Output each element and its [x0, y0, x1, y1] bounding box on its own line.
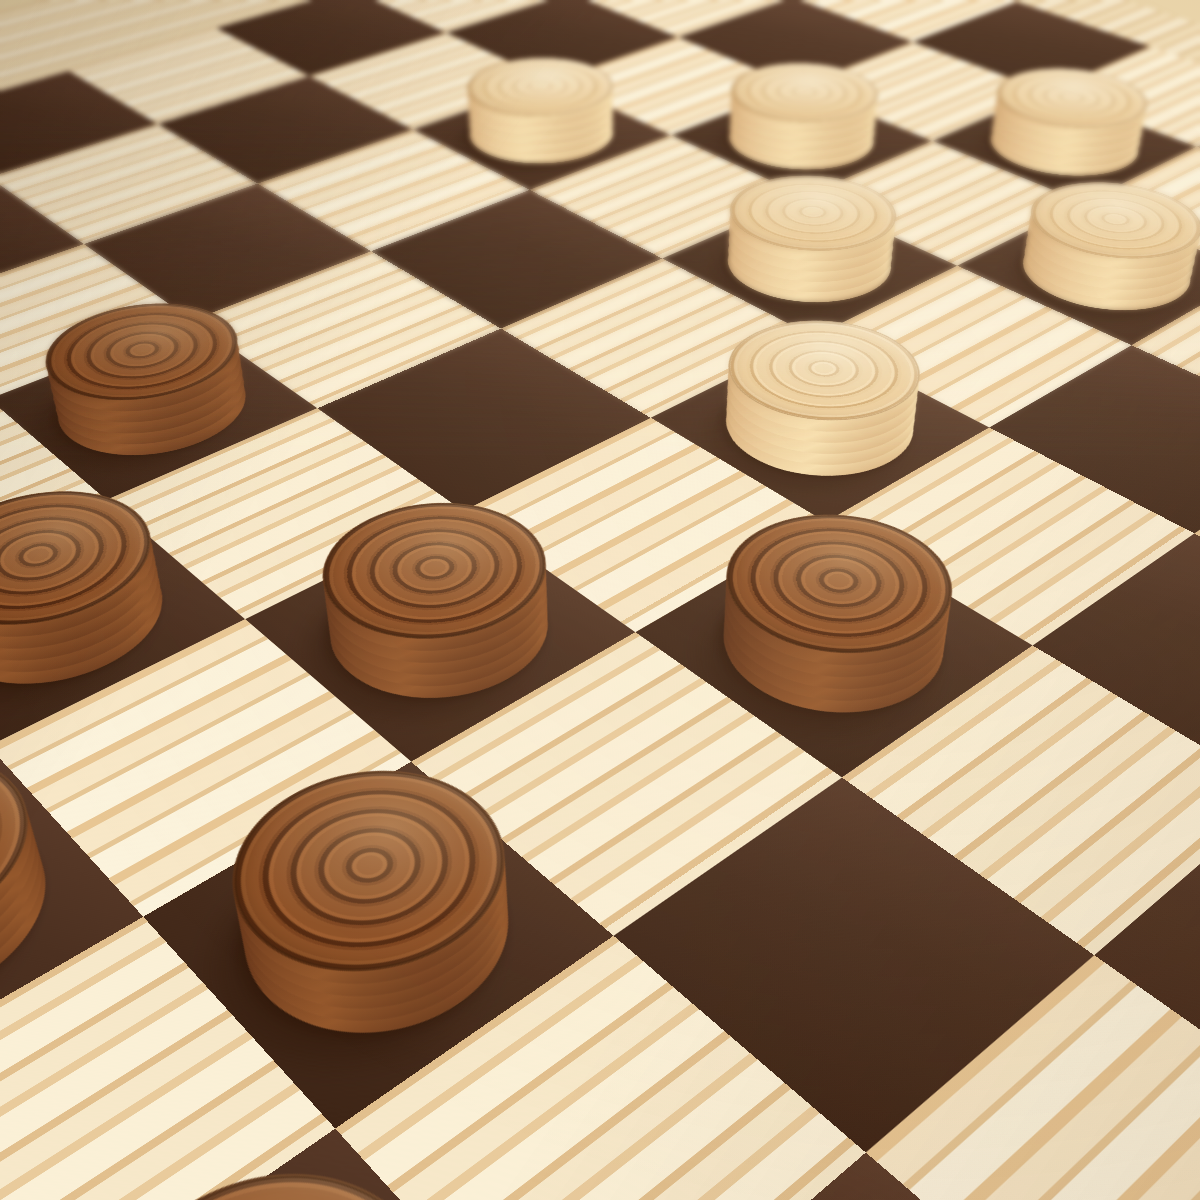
piece-side-face	[700, 88, 905, 173]
piece-side-face	[689, 323, 957, 465]
board-frame	[0, 0, 1200, 1200]
square-r4-c7[interactable]	[989, 345, 1200, 533]
piece-side-face	[961, 102, 1167, 189]
piece-side-face	[15, 296, 275, 433]
piece-side-face	[700, 70, 906, 154]
light-checker-piece[interactable]	[990, 217, 1200, 328]
square-r3-c3[interactable]	[552, 37, 798, 135]
square-r6-c3[interactable]	[84, 184, 371, 321]
square-r5-c6[interactable]	[651, 337, 990, 522]
piece-side-face	[440, 74, 643, 158]
square-r2-c2[interactable]	[570, 0, 792, 37]
square-r3-c2[interactable]	[446, 0, 678, 81]
piece-side-face	[695, 181, 928, 289]
piece-side-face	[694, 210, 924, 319]
square-r6-c4[interactable]	[192, 251, 501, 408]
light-checker-piece[interactable]	[961, 102, 1167, 189]
square-r4-c5[interactable]	[662, 196, 957, 336]
square-r2-c5[interactable]	[932, 91, 1196, 203]
piece-side-face	[996, 178, 1200, 286]
piece-top-face	[967, 57, 1177, 141]
board-scene	[0, 0, 1200, 1200]
piece-side-face	[701, 61, 908, 145]
piece-side-face	[990, 217, 1200, 328]
piece-top-face	[696, 161, 930, 267]
piece-side-face	[17, 307, 276, 445]
piece-top-face	[701, 52, 908, 135]
square-r6-c5[interactable]	[317, 329, 650, 511]
piece-side-face	[965, 75, 1173, 160]
square-r5-c2[interactable]	[158, 76, 413, 184]
piece-side-face	[439, 65, 642, 148]
square-r4-c6[interactable]	[814, 266, 1132, 428]
piece-side-face	[22, 327, 279, 466]
square-r1-c3[interactable]	[792, 0, 1016, 42]
square-r3-c4[interactable]	[671, 86, 932, 196]
square-r1-c5[interactable]	[1047, 47, 1200, 147]
square-r3-c5[interactable]	[805, 141, 1084, 266]
square-r5-c5[interactable]	[501, 258, 814, 417]
piece-side-face	[20, 317, 278, 456]
piece-top-face	[689, 302, 959, 443]
square-r7-c3[interactable]	[0, 244, 192, 399]
square-r4-c4[interactable]	[530, 135, 805, 258]
piece-side-face	[695, 191, 927, 299]
light-checker-piece[interactable]	[694, 210, 924, 319]
square-r6-c2[interactable]	[0, 124, 258, 244]
light-checker-piece[interactable]	[441, 92, 642, 177]
square-r4-c2[interactable]	[309, 33, 552, 130]
square-r7-c6[interactable]	[245, 511, 635, 762]
square-r6-c7[interactable]	[635, 522, 1032, 777]
square-r7-c2[interactable]	[0, 177, 84, 312]
piece-side-face	[688, 334, 954, 477]
square-r4-c3[interactable]	[413, 81, 671, 190]
photo-viewport	[0, 0, 1200, 1200]
piece-side-face	[700, 79, 905, 164]
piece-side-face	[695, 201, 926, 310]
square-r3-c1[interactable]	[351, 0, 571, 33]
square-r3-c7[interactable]	[1131, 273, 1200, 437]
square-r3-c6[interactable]	[957, 203, 1200, 345]
square-r5-c4[interactable]	[371, 190, 662, 329]
piece-top-face	[12, 285, 274, 422]
piece-side-face	[994, 188, 1200, 297]
square-r4-c1[interactable]	[216, 0, 446, 76]
piece-top-face	[438, 47, 643, 129]
piece-side-face	[993, 197, 1200, 307]
piece-side-face	[441, 92, 642, 177]
piece-side-face	[962, 93, 1169, 179]
light-checker-piece[interactable]	[700, 97, 904, 183]
square-r2-c4[interactable]	[798, 42, 1047, 141]
square-r7-c4[interactable]	[0, 320, 317, 500]
checkers-board	[0, 0, 1200, 1200]
square-r2-c3[interactable]	[678, 0, 913, 86]
piece-side-face	[25, 338, 281, 478]
square-r5-c1[interactable]	[69, 28, 309, 124]
square-r2-c6[interactable]	[1084, 147, 1200, 273]
piece-side-face	[964, 84, 1172, 170]
square-r5-c3[interactable]	[258, 130, 530, 252]
piece-side-face	[440, 83, 642, 167]
square-r1-c4[interactable]	[913, 2, 1150, 92]
piece-side-face	[439, 56, 643, 139]
piece-side-face	[696, 171, 930, 278]
piece-side-face	[688, 355, 952, 499]
light-checker-piece[interactable]	[688, 355, 952, 499]
piece-side-face	[991, 207, 1200, 317]
piece-side-face	[966, 66, 1175, 151]
piece-side-face	[700, 97, 904, 183]
square-r6-c1[interactable]	[0, 71, 158, 177]
piece-side-face	[688, 344, 953, 488]
piece-top-face	[997, 168, 1200, 276]
piece-side-face	[689, 313, 958, 455]
dark-checker-piece[interactable]	[25, 338, 281, 478]
